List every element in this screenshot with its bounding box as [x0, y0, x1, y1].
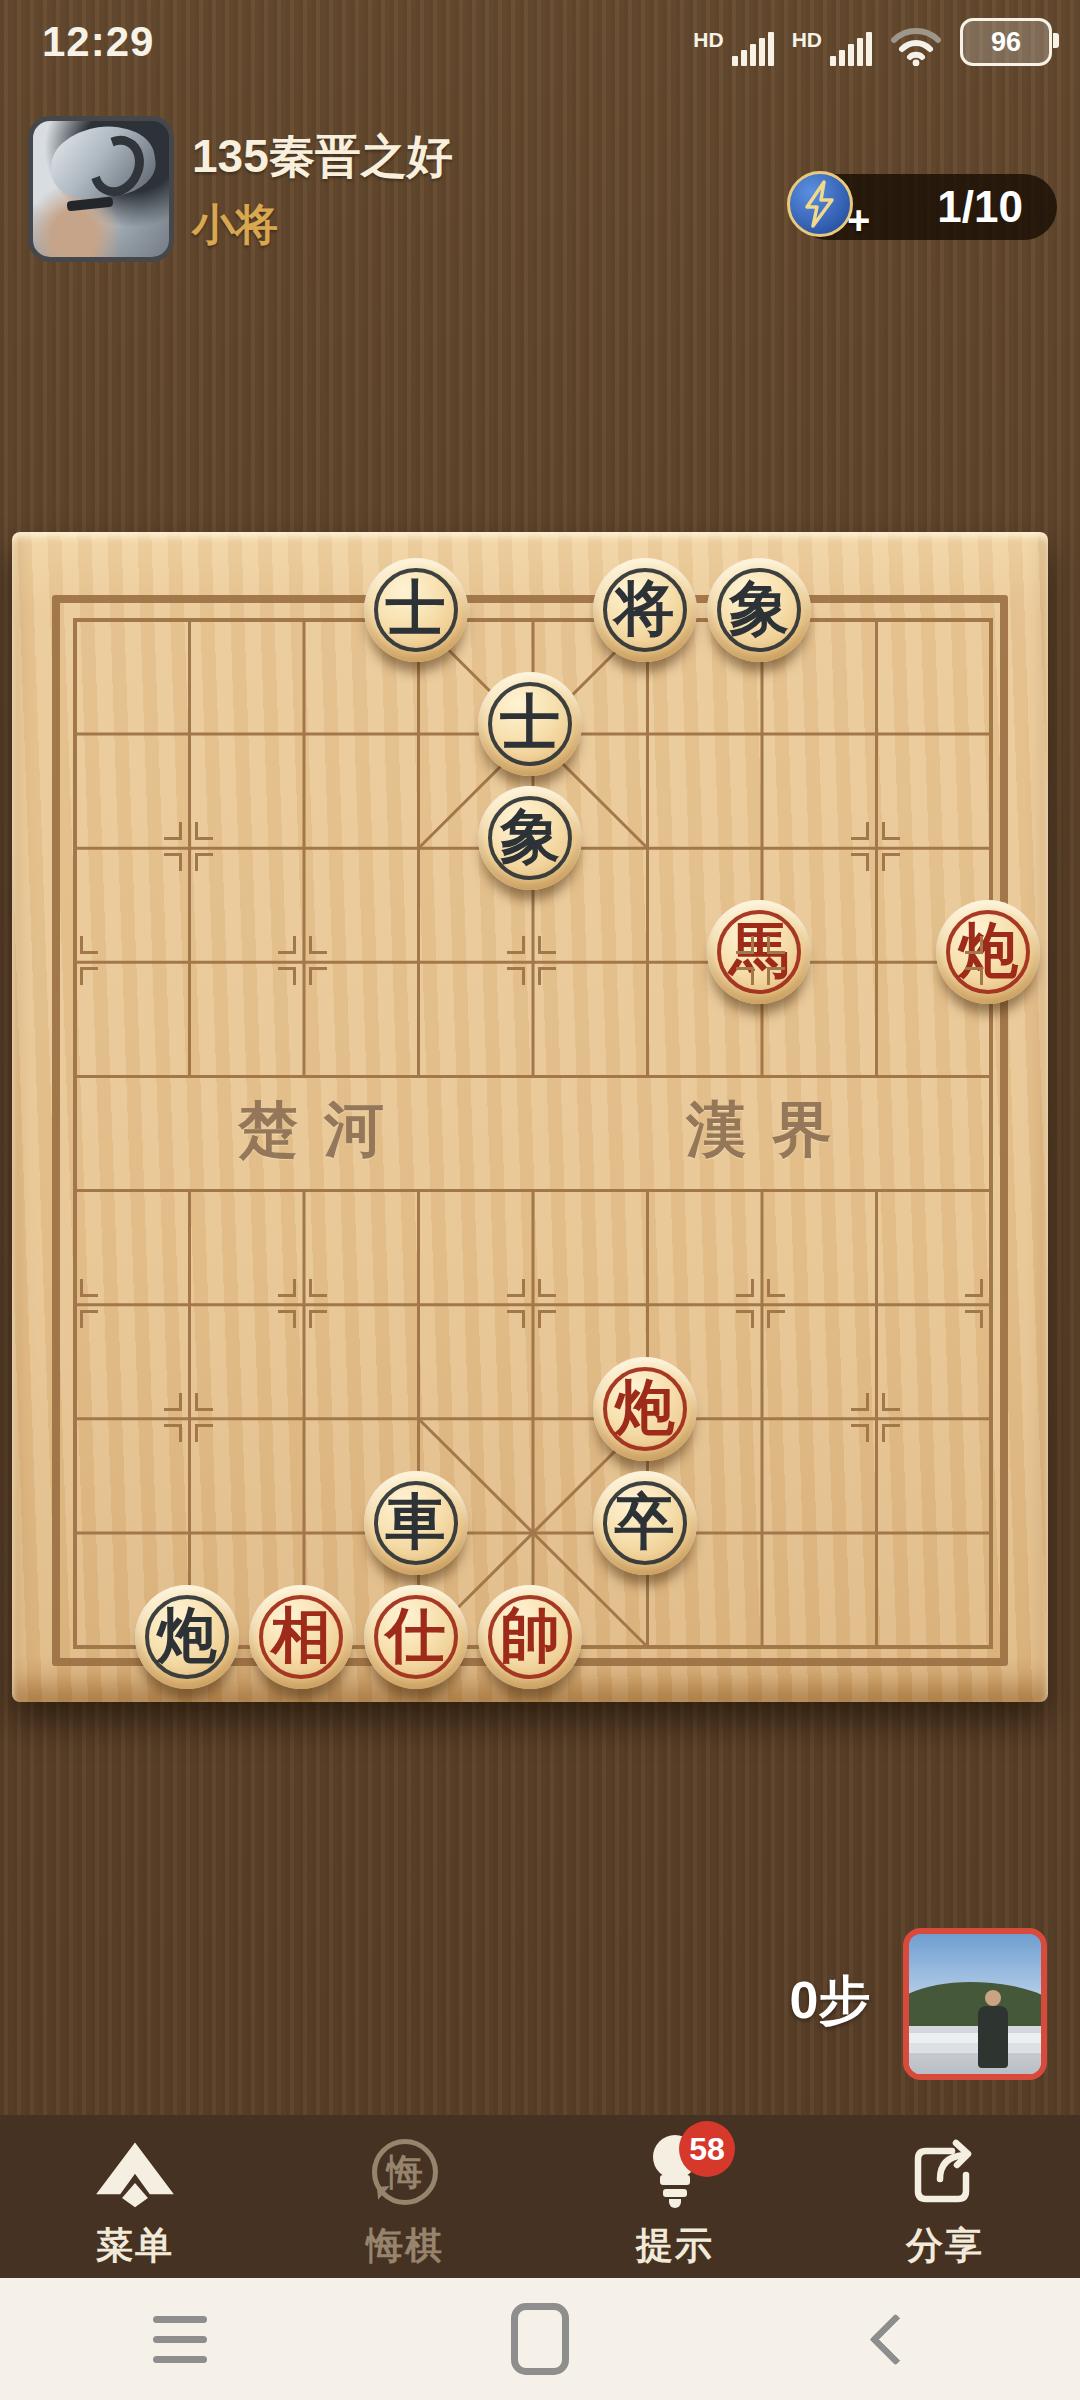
river-label-left: 楚河 [238, 1090, 410, 1171]
piece-相-red[interactable]: 相 [249, 1585, 353, 1689]
signal-icon-sim1: HD [693, 30, 773, 66]
signal-icon-sim2: HD [792, 30, 872, 66]
hd-label: HD [693, 28, 723, 52]
piece-象-black[interactable]: 象 [707, 558, 811, 662]
menu-label: 菜单 [96, 2221, 174, 2271]
river-label-right: 漢界 [686, 1090, 858, 1171]
move-counter: 0步 [760, 1966, 900, 2036]
energy-plus-label: + [847, 198, 870, 243]
undo-button[interactable]: 悔 悔棋 [270, 2115, 540, 2278]
piece-炮-red[interactable]: 炮 [936, 900, 1040, 1004]
hint-button[interactable]: 58 提示 [540, 2115, 810, 2278]
nav-recents-button[interactable] [0, 2278, 360, 2400]
wifi-icon [890, 24, 942, 66]
share-label: 分享 [906, 2221, 984, 2271]
hd-label: HD [792, 28, 822, 52]
energy-pill[interactable]: + 1/10 [795, 174, 1057, 240]
hint-label: 提示 [636, 2221, 714, 2271]
app-screen: 12:29 HD HD 96 [0, 0, 1080, 2400]
piece-士-black[interactable]: 士 [364, 558, 468, 662]
piece-将-black[interactable]: 将 [593, 558, 697, 662]
level-title: 135秦晋之好 [192, 126, 453, 188]
battery-percent: 96 [991, 27, 1021, 58]
level-info: 135秦晋之好 小将 [192, 126, 453, 254]
piece-象-black[interactable]: 象 [478, 786, 582, 890]
piece-炮-black[interactable]: 炮 [135, 1585, 239, 1689]
clock-time: 12:29 [42, 18, 154, 66]
share-button[interactable]: 分享 [810, 2115, 1080, 2278]
undo-label: 悔棋 [366, 2221, 444, 2271]
xiangqi-board[interactable]: 楚河 漢界 士将象士象馬炮炮車卒炮相仕帥 [12, 532, 1048, 1702]
piece-馬-red[interactable]: 馬 [707, 900, 811, 1004]
status-icons: HD HD 96 [693, 22, 1052, 66]
status-bar: 12:29 HD HD 96 [0, 0, 1080, 80]
piece-卒-black[interactable]: 卒 [593, 1471, 697, 1575]
menu-up-icon [87, 2133, 183, 2211]
nav-home-button[interactable] [360, 2278, 720, 2400]
home-icon [511, 2303, 569, 2375]
menu-button[interactable]: 菜单 [0, 2115, 270, 2278]
piece-仕-red[interactable]: 仕 [364, 1585, 468, 1689]
android-navbar [0, 2278, 1080, 2400]
photo-rail-art [909, 2033, 1041, 2043]
piece-士-black[interactable]: 士 [478, 672, 582, 776]
opponent-photo[interactable] [903, 1928, 1047, 2080]
photo-person-art [978, 2006, 1008, 2068]
battery-icon: 96 [960, 18, 1052, 66]
nav-back-button[interactable] [720, 2278, 1080, 2400]
energy-count: 1/10 [937, 182, 1023, 232]
signal-bars-icon [732, 30, 774, 66]
piece-車-black[interactable]: 車 [364, 1471, 468, 1575]
signal-bars-icon [830, 30, 872, 66]
player-avatar[interactable] [28, 116, 174, 262]
hint-count-badge: 58 [679, 2121, 735, 2177]
share-icon [906, 2133, 984, 2211]
avatar-face-art [67, 197, 114, 212]
bottom-toolbar: 菜单 悔 悔棋 58 提示 [0, 2115, 1080, 2278]
recents-icon [153, 2316, 207, 2363]
piece-炮-red[interactable]: 炮 [593, 1357, 697, 1461]
energy-bolt-icon[interactable] [787, 171, 853, 237]
undo-icon: 悔 [372, 2133, 438, 2211]
piece-帥-red[interactable]: 帥 [478, 1585, 582, 1689]
back-chevron-icon [869, 2313, 921, 2365]
player-rank: 小将 [192, 196, 453, 254]
hint-bulb-icon: 58 [643, 2133, 707, 2211]
